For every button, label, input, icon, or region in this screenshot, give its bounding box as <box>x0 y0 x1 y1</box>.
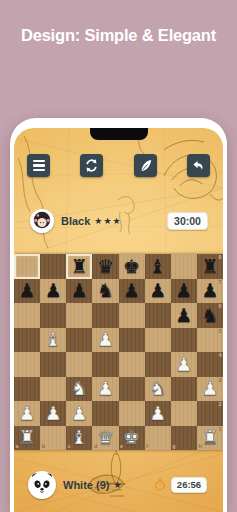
white-clock: 26:56 <box>171 477 207 493</box>
white-pawn-piece[interactable]: ♟ <box>175 354 192 373</box>
square-c7[interactable]: ♟ <box>66 279 92 304</box>
app-screen: Black ★★★ 30:00 ♜♛♚♝♜8♟♟♟♞♟♟♟♟7♟♞6♝♟5♟4♞… <box>14 128 223 512</box>
square-h5[interactable]: 5 <box>197 328 223 353</box>
hamburger-icon <box>33 160 45 172</box>
rank-label-4: 4 <box>218 353 221 359</box>
square-b2[interactable]: ♟ <box>40 401 66 426</box>
square-h8[interactable]: ♜8 <box>197 254 223 279</box>
white-king-piece[interactable]: ♚ <box>123 428 140 447</box>
flip-arrows-icon <box>84 158 99 173</box>
square-a5[interactable] <box>14 328 40 353</box>
chess-board: ♜♛♚♝♜8♟♟♟♞♟♟♟♟7♟♞6♝♟5♟4♞♟♞♟3♟♟♟♟2♜ab♝c♛d… <box>14 254 223 450</box>
square-b3[interactable] <box>40 377 66 402</box>
white-queen-piece[interactable]: ♛ <box>97 428 114 447</box>
square-e2[interactable] <box>119 401 145 426</box>
square-h7[interactable]: ♟7 <box>197 279 223 304</box>
white-rook-piece[interactable]: ♜ <box>201 428 218 447</box>
square-g1[interactable]: g <box>171 426 197 451</box>
square-f7[interactable]: ♟ <box>145 279 171 304</box>
feather-icon <box>138 158 153 173</box>
square-a3[interactable] <box>14 377 40 402</box>
square-f3[interactable]: ♞ <box>145 377 171 402</box>
square-b6[interactable] <box>40 303 66 328</box>
white-player-stars: ★ <box>113 480 122 490</box>
square-g2[interactable] <box>171 401 197 426</box>
rank-label-2: 2 <box>218 402 221 408</box>
phone-mockup: Black ★★★ 30:00 ♜♛♚♝♜8♟♟♟♞♟♟♟♟7♟♞6♝♟5♟4♞… <box>10 118 227 512</box>
white-rook-piece[interactable]: ♜ <box>19 428 36 447</box>
black-rook-piece[interactable]: ♜ <box>201 256 218 275</box>
square-f4[interactable] <box>145 352 171 377</box>
square-c3[interactable]: ♞ <box>66 377 92 402</box>
white-pawn-piece[interactable]: ♟ <box>201 379 218 398</box>
white-knight-piece[interactable]: ♞ <box>71 379 88 398</box>
square-b8[interactable] <box>40 254 66 279</box>
square-f2[interactable]: ♟ <box>145 401 171 426</box>
square-d3[interactable]: ♟ <box>92 377 118 402</box>
square-h6[interactable]: ♞6 <box>197 303 223 328</box>
stopwatch-icon <box>154 478 166 491</box>
black-pawn-piece[interactable]: ♟ <box>45 281 62 300</box>
square-b1[interactable]: b <box>40 426 66 451</box>
square-c8[interactable]: ♜ <box>66 254 92 279</box>
black-bishop-piece[interactable]: ♝ <box>149 256 166 275</box>
rank-label-5: 5 <box>218 329 221 335</box>
undo-button[interactable] <box>187 154 210 177</box>
black-pawn-piece[interactable]: ♟ <box>71 281 88 300</box>
square-c4[interactable] <box>66 352 92 377</box>
phone-notch <box>90 128 148 140</box>
square-g3[interactable] <box>171 377 197 402</box>
black-pawn-piece[interactable]: ♟ <box>175 305 192 324</box>
file-label-d: d <box>94 444 97 450</box>
black-clock: 30:00 <box>167 212 208 230</box>
white-pawn-piece[interactable]: ♟ <box>97 330 114 349</box>
flip-board-button[interactable] <box>80 154 103 177</box>
white-bishop-piece[interactable]: ♝ <box>71 428 88 447</box>
square-d2[interactable] <box>92 401 118 426</box>
file-label-h: h <box>198 444 201 450</box>
square-f8[interactable]: ♝ <box>145 254 171 279</box>
black-pawn-piece[interactable]: ♟ <box>201 281 218 300</box>
white-pawn-piece[interactable]: ♟ <box>97 379 114 398</box>
black-player-row: Black ★★★ 30:00 <box>14 208 223 234</box>
white-pawn-piece[interactable]: ♟ <box>19 403 36 422</box>
square-e5[interactable] <box>119 328 145 353</box>
square-e7[interactable]: ♟ <box>119 279 145 304</box>
square-f1[interactable]: f <box>145 426 171 451</box>
rank-label-3: 3 <box>218 378 221 384</box>
promo-title: Design: Simple & Elegant <box>0 26 237 45</box>
square-h4[interactable]: 4 <box>197 352 223 377</box>
square-c2[interactable]: ♟ <box>66 401 92 426</box>
square-d4[interactable] <box>92 352 118 377</box>
file-label-c: c <box>68 444 71 450</box>
square-d6[interactable] <box>92 303 118 328</box>
square-e3[interactable] <box>119 377 145 402</box>
black-player-name: Black <box>61 215 90 227</box>
square-f6[interactable] <box>145 303 171 328</box>
rank-label-7: 7 <box>218 280 221 286</box>
rank-label-8: 8 <box>218 255 221 261</box>
map-grid-lines <box>14 128 223 253</box>
file-label-a: a <box>16 444 19 450</box>
black-pawn-piece[interactable]: ♟ <box>19 281 36 300</box>
square-a2[interactable]: ♟ <box>14 401 40 426</box>
square-c5[interactable] <box>66 328 92 353</box>
white-pawn-piece[interactable]: ♟ <box>149 403 166 422</box>
black-pawn-piece[interactable]: ♟ <box>123 281 140 300</box>
square-d5[interactable]: ♟ <box>92 328 118 353</box>
square-h1[interactable]: ♜h1 <box>197 426 223 451</box>
file-label-g: g <box>172 444 175 450</box>
white-bishop-piece[interactable]: ♝ <box>45 330 62 349</box>
square-b5[interactable]: ♝ <box>40 328 66 353</box>
file-label-e: e <box>120 444 123 450</box>
black-pawn-piece[interactable]: ♟ <box>149 281 166 300</box>
rank-label-6: 6 <box>218 304 221 310</box>
black-rook-piece[interactable]: ♜ <box>71 256 88 275</box>
girl-avatar <box>30 209 54 233</box>
square-g7[interactable]: ♟ <box>171 279 197 304</box>
square-e6[interactable] <box>119 303 145 328</box>
square-g6[interactable]: ♟ <box>171 303 197 328</box>
square-e4[interactable] <box>119 352 145 377</box>
panda-avatar <box>28 471 56 499</box>
square-a1[interactable]: ♜a <box>14 426 40 451</box>
black-knight-piece[interactable]: ♞ <box>97 281 114 300</box>
undo-arrow-icon <box>191 158 206 173</box>
square-c6[interactable] <box>66 303 92 328</box>
white-player-name: White (9) <box>63 479 109 491</box>
square-d1[interactable]: ♛d <box>92 426 118 451</box>
square-c1[interactable]: ♝c <box>66 426 92 451</box>
rank-label-1: 1 <box>218 427 221 433</box>
white-knight-piece[interactable]: ♞ <box>149 379 166 398</box>
square-e1[interactable]: ♚e <box>119 426 145 451</box>
square-a4[interactable] <box>14 352 40 377</box>
black-king-piece[interactable]: ♚ <box>123 256 140 275</box>
square-g5[interactable] <box>171 328 197 353</box>
square-d7[interactable]: ♞ <box>92 279 118 304</box>
square-a7[interactable]: ♟ <box>14 279 40 304</box>
square-g8[interactable] <box>171 254 197 279</box>
square-b7[interactable]: ♟ <box>40 279 66 304</box>
square-a6[interactable] <box>14 303 40 328</box>
file-label-f: f <box>146 444 148 450</box>
square-f5[interactable] <box>145 328 171 353</box>
white-pawn-piece[interactable]: ♟ <box>45 403 62 422</box>
black-knight-piece[interactable]: ♞ <box>201 305 218 324</box>
white-player-row: White (9) ★ 26:56 <box>14 470 223 499</box>
square-e8[interactable]: ♚ <box>119 254 145 279</box>
square-g4[interactable]: ♟ <box>171 352 197 377</box>
menu-button[interactable] <box>27 154 50 177</box>
white-pawn-piece[interactable]: ♟ <box>71 403 88 422</box>
square-b4[interactable] <box>40 352 66 377</box>
square-h2[interactable]: 2 <box>197 401 223 426</box>
square-d8[interactable]: ♛ <box>92 254 118 279</box>
toolbar <box>14 154 223 177</box>
black-pawn-piece[interactable]: ♟ <box>175 281 192 300</box>
black-player-stars: ★★★ <box>94 216 121 226</box>
black-queen-piece[interactable]: ♛ <box>97 256 114 275</box>
square-h3[interactable]: ♟3 <box>197 377 223 402</box>
square-a8[interactable] <box>14 254 40 279</box>
annotate-button[interactable] <box>134 154 157 177</box>
file-label-b: b <box>42 444 45 450</box>
